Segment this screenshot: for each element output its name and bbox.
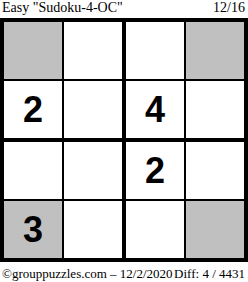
cell-r3c2[interactable] bbox=[64, 142, 122, 199]
puzzle-page: Easy "Sudoku-4-OC" 12/16 2432 ©grouppuzz… bbox=[0, 0, 248, 282]
sudoku-box-3: 3 bbox=[4, 142, 122, 258]
cell-r1c1[interactable] bbox=[4, 22, 62, 79]
puzzle-title: Easy "Sudoku-4-OC" bbox=[2, 0, 123, 16]
cell-r3c4[interactable] bbox=[186, 142, 244, 199]
cell-r1c2[interactable] bbox=[64, 22, 122, 79]
puzzle-counter: 12/16 bbox=[213, 0, 245, 16]
cell-r4c2[interactable] bbox=[64, 201, 122, 258]
sudoku-box-2: 4 bbox=[126, 22, 244, 138]
cell-r4c1: 3 bbox=[4, 201, 62, 258]
difficulty-text: Diff: 4 / 4431 bbox=[174, 266, 245, 281]
cell-r4c4[interactable] bbox=[186, 201, 244, 258]
sudoku-board: 2432 bbox=[0, 18, 248, 262]
copyright-text: ©grouppuzzles.com – 12/2/2020 bbox=[2, 266, 173, 281]
cell-r1c4[interactable] bbox=[186, 22, 244, 79]
sudoku-box-4: 2 bbox=[126, 142, 244, 258]
cell-r3c1[interactable] bbox=[4, 142, 62, 199]
cell-r2c4[interactable] bbox=[186, 81, 244, 138]
cell-r2c3: 4 bbox=[126, 81, 184, 138]
header: Easy "Sudoku-4-OC" 12/16 bbox=[2, 0, 245, 16]
cell-r1c3[interactable] bbox=[126, 22, 184, 79]
cell-r4c3[interactable] bbox=[126, 201, 184, 258]
cell-r2c2[interactable] bbox=[64, 81, 122, 138]
sudoku-box-1: 2 bbox=[4, 22, 122, 138]
footer: ©grouppuzzles.com – 12/2/2020 Diff: 4 / … bbox=[2, 266, 245, 281]
cell-r2c1: 2 bbox=[4, 81, 62, 138]
cell-r3c3: 2 bbox=[126, 142, 184, 199]
